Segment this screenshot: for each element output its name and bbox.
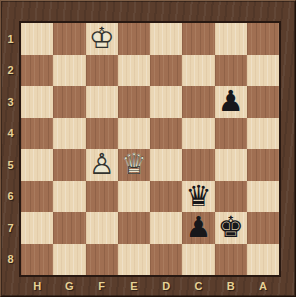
square-h1[interactable] [21, 23, 53, 55]
square-f4[interactable] [86, 118, 118, 150]
square-e7[interactable] [118, 212, 150, 244]
rank-labels: 12345678 [1, 23, 20, 275]
square-a5[interactable] [247, 149, 279, 181]
square-e6[interactable] [118, 181, 150, 213]
square-d1[interactable] [150, 23, 182, 55]
rank-label-2: 2 [1, 55, 20, 87]
black-queen[interactable]: ♛ [182, 181, 214, 213]
file-label-c: C [182, 275, 214, 296]
rank-label-8: 8 [1, 244, 20, 276]
square-e3[interactable] [118, 86, 150, 118]
rank-label-4: 4 [1, 118, 20, 150]
square-f8[interactable] [86, 244, 118, 276]
square-d2[interactable] [150, 55, 182, 87]
square-b7[interactable]: ♚ [215, 212, 247, 244]
black-pawn[interactable]: ♟ [182, 212, 214, 244]
file-label-a: A [247, 275, 279, 296]
square-f5[interactable]: ♟♙ [86, 149, 118, 181]
square-h4[interactable] [21, 118, 53, 150]
square-g2[interactable] [53, 55, 85, 87]
square-h7[interactable] [21, 212, 53, 244]
square-g5[interactable] [53, 149, 85, 181]
square-b2[interactable] [215, 55, 247, 87]
square-d6[interactable] [150, 181, 182, 213]
square-a1[interactable] [247, 23, 279, 55]
square-f2[interactable] [86, 55, 118, 87]
square-d3[interactable] [150, 86, 182, 118]
square-c1[interactable] [182, 23, 214, 55]
square-c5[interactable] [182, 149, 214, 181]
white-pawn-outline: ♙ [86, 149, 118, 181]
square-c7[interactable]: ♟ [182, 212, 214, 244]
square-d7[interactable] [150, 212, 182, 244]
file-label-g: G [53, 275, 85, 296]
square-b4[interactable] [215, 118, 247, 150]
square-a6[interactable] [247, 181, 279, 213]
square-c6[interactable]: ♛ [182, 181, 214, 213]
square-h3[interactable] [21, 86, 53, 118]
square-h8[interactable] [21, 244, 53, 276]
file-label-b: B [215, 275, 247, 296]
square-c8[interactable] [182, 244, 214, 276]
square-a3[interactable] [247, 86, 279, 118]
chess-board-frame: 12345678 HGFEDCBA ♚♔♟♟♙♛♕♛♟♚ [0, 0, 296, 297]
square-g7[interactable] [53, 212, 85, 244]
square-g4[interactable] [53, 118, 85, 150]
square-g1[interactable] [53, 23, 85, 55]
square-h6[interactable] [21, 181, 53, 213]
rank-label-5: 5 [1, 149, 20, 181]
rank-label-1: 1 [1, 23, 20, 55]
square-c2[interactable] [182, 55, 214, 87]
square-c4[interactable] [182, 118, 214, 150]
white-king-outline: ♔ [86, 23, 118, 55]
rank-label-6: 6 [1, 181, 20, 213]
square-b8[interactable] [215, 244, 247, 276]
square-b6[interactable] [215, 181, 247, 213]
square-d5[interactable] [150, 149, 182, 181]
file-label-h: H [21, 275, 53, 296]
square-f3[interactable] [86, 86, 118, 118]
square-c3[interactable] [182, 86, 214, 118]
square-e4[interactable] [118, 118, 150, 150]
square-g6[interactable] [53, 181, 85, 213]
square-f6[interactable] [86, 181, 118, 213]
square-f7[interactable] [86, 212, 118, 244]
square-h5[interactable] [21, 149, 53, 181]
square-f1[interactable]: ♚♔ [86, 23, 118, 55]
square-a8[interactable] [247, 244, 279, 276]
square-g3[interactable] [53, 86, 85, 118]
file-label-e: E [118, 275, 150, 296]
square-d8[interactable] [150, 244, 182, 276]
file-labels: HGFEDCBA [21, 275, 279, 296]
square-g8[interactable] [53, 244, 85, 276]
black-king[interactable]: ♚ [215, 212, 247, 244]
rank-label-3: 3 [1, 86, 20, 118]
black-pawn[interactable]: ♟ [215, 86, 247, 118]
white-queen-outline: ♕ [118, 149, 150, 181]
square-e1[interactable] [118, 23, 150, 55]
square-b5[interactable] [215, 149, 247, 181]
rank-label-7: 7 [1, 212, 20, 244]
file-label-f: F [86, 275, 118, 296]
square-e2[interactable] [118, 55, 150, 87]
square-e5[interactable]: ♛♕ [118, 149, 150, 181]
square-a4[interactable] [247, 118, 279, 150]
square-b1[interactable] [215, 23, 247, 55]
file-label-d: D [150, 275, 182, 296]
square-b3[interactable]: ♟ [215, 86, 247, 118]
chess-board: ♚♔♟♟♙♛♕♛♟♚ [21, 23, 279, 275]
square-h2[interactable] [21, 55, 53, 87]
square-d4[interactable] [150, 118, 182, 150]
square-a7[interactable] [247, 212, 279, 244]
square-a2[interactable] [247, 55, 279, 87]
square-e8[interactable] [118, 244, 150, 276]
